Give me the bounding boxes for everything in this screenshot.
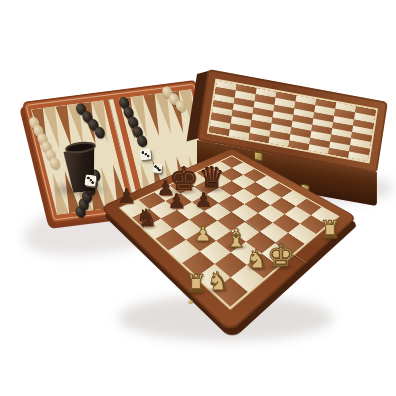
brass-hinge-pin (188, 300, 193, 304)
white-rook-1-piece: ♜ (319, 218, 341, 242)
white-knight-2-piece: ♞ (207, 269, 229, 294)
white-rook-2-piece: ♜ (185, 272, 207, 296)
white-pawn-1-piece: ♟ (194, 224, 212, 244)
black-pawn-1-piece: ♟ (118, 186, 136, 206)
white-knight-1-piece: ♞ (246, 247, 268, 272)
black-knight-piece: ♞ (136, 206, 158, 230)
white-bishop-piece: ♝ (224, 225, 247, 251)
black-pawn-3-piece: ♟ (168, 191, 186, 211)
product-photo-stage: ♟♟♚♟♛♟♞♟♝♞♚♜♞♜ (0, 0, 396, 396)
white-king-piece: ♚ (267, 240, 295, 271)
black-pawn-4-piece: ♟ (195, 190, 213, 210)
